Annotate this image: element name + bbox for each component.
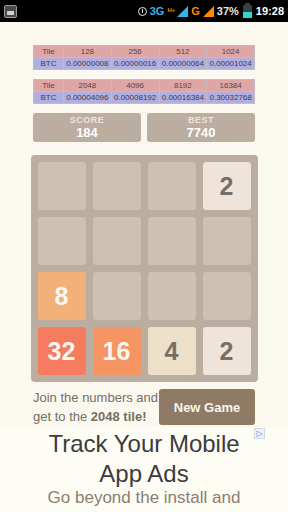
signal-triangle-blue-icon — [177, 6, 188, 17]
table-header-label: Tile — [34, 46, 64, 58]
board-cell — [148, 272, 196, 320]
board-cell: 2 — [203, 162, 251, 210]
best-box: BEST 7740 — [147, 113, 255, 142]
board-cell — [203, 217, 251, 265]
board-cell — [93, 162, 141, 210]
tile-value: 128 — [64, 46, 112, 58]
ad-banner[interactable]: ▷ Track Your Mobile App Ads Go beyond th… — [0, 427, 288, 512]
network-hplus-label: H+ — [167, 7, 175, 13]
intro-line2: get to the 2048 tile! — [33, 407, 158, 426]
table-row-label: BTC — [34, 92, 64, 104]
tile-value: 512 — [159, 46, 207, 58]
btc-table-1: Tile 128 256 512 1024 BTC 0.00000008 0.0… — [33, 45, 255, 70]
status-bar[interactable]: 3G H+ G 37% 19:28 — [0, 0, 288, 22]
alarm-icon — [138, 7, 147, 16]
intro-line1: Join the numbers and — [33, 388, 158, 407]
game-board[interactable]: 2 8 32 16 4 2 — [31, 155, 258, 382]
board-cell: 4 — [148, 327, 196, 375]
btc-value: 0.00001024 — [207, 58, 255, 70]
signal-triangle-orange-icon — [203, 6, 214, 17]
btc-value: 0.30032768 — [207, 92, 255, 104]
btc-value: 0.00000064 — [159, 58, 207, 70]
board-cell — [93, 217, 141, 265]
tile-value: 256 — [111, 46, 159, 58]
board-cell: 2 — [203, 327, 251, 375]
new-game-button[interactable]: New Game — [159, 389, 255, 425]
tile-value: 1024 — [207, 46, 255, 58]
btc-tables: Tile 128 256 512 1024 BTC 0.00000008 0.0… — [0, 45, 288, 104]
btc-value: 0.00000008 — [64, 58, 112, 70]
intro-text: Join the numbers and get to the 2048 til… — [33, 388, 158, 426]
score-box: SCORE 184 — [33, 113, 141, 142]
gallery-notification-icon — [4, 5, 17, 18]
network-3g-label: 3G — [150, 5, 165, 17]
tile-value: 8192 — [159, 80, 207, 92]
btc-table-2: Tile 2048 4096 8192 16384 BTC 0.00004096… — [33, 79, 255, 104]
board-cell — [148, 162, 196, 210]
board-cell — [38, 162, 86, 210]
ad-subtitle[interactable]: Go beyond the install and — [0, 487, 288, 509]
board-cell — [38, 217, 86, 265]
board-cell: 8 — [38, 272, 86, 320]
battery-percent: 37% — [217, 5, 239, 17]
footer-row: Join the numbers and get to the 2048 til… — [33, 388, 255, 426]
board-cell — [148, 217, 196, 265]
tile-value: 2048 — [64, 80, 112, 92]
ad-title-line2[interactable]: App Ads — [0, 460, 288, 487]
table-row-label: BTC — [34, 58, 64, 70]
btc-value: 0.00004096 — [64, 92, 112, 104]
ad-title-line1[interactable]: Track Your Mobile — [0, 430, 288, 457]
board-cell: 16 — [93, 327, 141, 375]
score-row: SCORE 184 BEST 7740 — [33, 113, 255, 142]
board-cell — [93, 272, 141, 320]
btc-value: 0.00008192 — [111, 92, 159, 104]
score-value: 184 — [76, 126, 98, 140]
best-value: 7740 — [187, 126, 216, 140]
board-cell — [203, 272, 251, 320]
battery-icon — [243, 5, 252, 18]
btc-value: 0.00000016 — [111, 58, 159, 70]
btc-value: 0.00016384 — [159, 92, 207, 104]
status-time: 19:28 — [256, 5, 284, 17]
table-header-label: Tile — [34, 80, 64, 92]
board-cell: 32 — [38, 327, 86, 375]
adchoices-icon[interactable]: ▷ — [254, 428, 265, 439]
tile-value: 16384 — [207, 80, 255, 92]
network-g-label: G — [191, 5, 200, 17]
tile-value: 4096 — [111, 80, 159, 92]
